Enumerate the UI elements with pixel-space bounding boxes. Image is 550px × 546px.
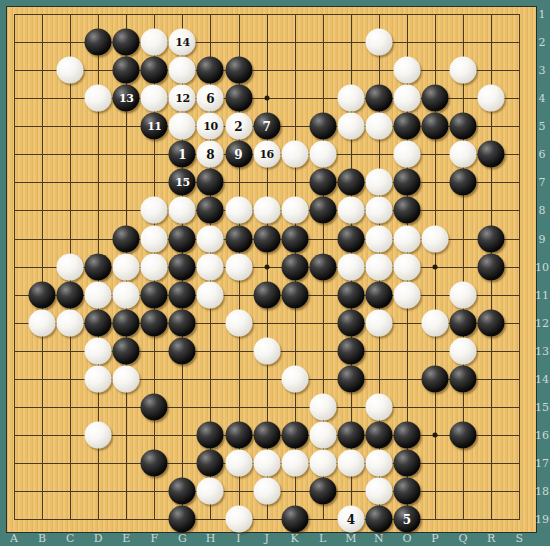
stone-black[interactable] bbox=[281, 422, 308, 449]
stone-black[interactable] bbox=[57, 281, 84, 308]
coord-label-bottom: S bbox=[515, 532, 523, 545]
star-point bbox=[433, 264, 438, 269]
stone-black[interactable] bbox=[197, 169, 224, 196]
move-number-label: 14 bbox=[175, 37, 189, 48]
stone-white[interactable] bbox=[337, 253, 364, 280]
stone-black[interactable] bbox=[141, 309, 168, 336]
stone-black[interactable] bbox=[393, 113, 420, 140]
stone-black[interactable] bbox=[197, 197, 224, 224]
coord-label-right: 13 bbox=[535, 344, 549, 357]
stone-black[interactable] bbox=[141, 281, 168, 308]
stone-white[interactable] bbox=[450, 281, 477, 308]
stone-black[interactable] bbox=[253, 422, 280, 449]
stone-white[interactable] bbox=[85, 422, 112, 449]
stone-white[interactable] bbox=[281, 365, 308, 392]
stone-white[interactable] bbox=[197, 225, 224, 252]
stone-white[interactable] bbox=[169, 57, 196, 84]
stone-white[interactable] bbox=[225, 253, 252, 280]
stone-black[interactable] bbox=[337, 337, 364, 364]
coord-label-right: 14 bbox=[535, 372, 549, 385]
coord-label-bottom: K bbox=[291, 532, 299, 545]
stone-white[interactable] bbox=[85, 337, 112, 364]
coord-label-right: 5 bbox=[539, 120, 546, 133]
coord-label-right: 2 bbox=[539, 36, 546, 49]
stone-white[interactable] bbox=[253, 197, 280, 224]
coord-label-right: 1 bbox=[539, 8, 546, 21]
stone-black[interactable] bbox=[85, 309, 112, 336]
coord-label-bottom: R bbox=[487, 532, 495, 545]
star-point bbox=[264, 96, 269, 101]
stone-black-move-1[interactable]: 1 bbox=[169, 141, 196, 168]
coord-label-right: 16 bbox=[535, 429, 549, 442]
stone-black[interactable] bbox=[365, 506, 392, 533]
stone-white-move-10[interactable]: 10 bbox=[197, 113, 224, 140]
stone-white[interactable] bbox=[450, 57, 477, 84]
stone-white[interactable] bbox=[309, 141, 336, 168]
stone-white[interactable] bbox=[450, 337, 477, 364]
move-number-label: 10 bbox=[203, 121, 217, 132]
coord-label-right: 3 bbox=[539, 64, 546, 77]
coord-label-right: 4 bbox=[539, 92, 546, 105]
stone-black-move-11[interactable]: 11 bbox=[141, 113, 168, 140]
stone-white[interactable] bbox=[281, 450, 308, 477]
coord-label-right: 8 bbox=[539, 204, 546, 217]
stone-black[interactable] bbox=[393, 197, 420, 224]
stone-white[interactable] bbox=[169, 113, 196, 140]
stone-black[interactable] bbox=[225, 225, 252, 252]
stone-black[interactable] bbox=[169, 506, 196, 533]
stone-white-move-8[interactable]: 8 bbox=[197, 141, 224, 168]
coord-label-bottom: A bbox=[10, 532, 18, 545]
stone-black[interactable] bbox=[478, 309, 505, 336]
stone-black[interactable] bbox=[225, 422, 252, 449]
stone-black[interactable] bbox=[365, 422, 392, 449]
stone-black[interactable] bbox=[29, 281, 56, 308]
stone-white[interactable] bbox=[197, 281, 224, 308]
stone-black[interactable] bbox=[253, 225, 280, 252]
stone-black[interactable] bbox=[281, 506, 308, 533]
coord-label-bottom: G bbox=[178, 532, 187, 545]
grid-line-vertical bbox=[519, 14, 520, 520]
stone-black[interactable] bbox=[113, 225, 140, 252]
move-number-label: 1 bbox=[178, 148, 186, 160]
stone-white[interactable] bbox=[365, 225, 392, 252]
stone-black[interactable] bbox=[450, 113, 477, 140]
stone-black[interactable] bbox=[450, 169, 477, 196]
stone-white[interactable] bbox=[365, 393, 392, 420]
stone-white-move-12[interactable]: 12 bbox=[169, 85, 196, 112]
stone-white[interactable] bbox=[281, 141, 308, 168]
stone-black[interactable] bbox=[281, 281, 308, 308]
stone-white[interactable] bbox=[29, 309, 56, 336]
stone-black[interactable] bbox=[422, 365, 449, 392]
grid-line-horizontal bbox=[14, 519, 520, 520]
stone-black[interactable] bbox=[197, 57, 224, 84]
stone-white[interactable] bbox=[281, 197, 308, 224]
stone-white-move-2[interactable]: 2 bbox=[225, 113, 252, 140]
move-number-label: 16 bbox=[259, 149, 273, 160]
stone-black[interactable] bbox=[365, 85, 392, 112]
stone-black[interactable] bbox=[309, 253, 336, 280]
stone-white[interactable] bbox=[393, 281, 420, 308]
stone-black-move-9[interactable]: 9 bbox=[225, 141, 252, 168]
stone-black[interactable] bbox=[169, 337, 196, 364]
stone-black[interactable] bbox=[422, 113, 449, 140]
move-number-label: 5 bbox=[403, 513, 411, 525]
stone-white[interactable] bbox=[365, 478, 392, 505]
stone-black[interactable] bbox=[225, 57, 252, 84]
coord-label-right: 9 bbox=[539, 232, 546, 245]
coord-label-right: 6 bbox=[539, 148, 546, 161]
stone-black[interactable] bbox=[197, 422, 224, 449]
move-number-label: 9 bbox=[234, 148, 242, 160]
stone-white[interactable] bbox=[113, 365, 140, 392]
coord-label-bottom: J bbox=[264, 532, 268, 545]
stone-black[interactable] bbox=[478, 141, 505, 168]
stone-white[interactable] bbox=[365, 450, 392, 477]
stone-white[interactable] bbox=[113, 281, 140, 308]
stone-black[interactable] bbox=[393, 450, 420, 477]
stone-white-move-6[interactable]: 6 bbox=[197, 85, 224, 112]
stone-white[interactable] bbox=[225, 450, 252, 477]
stone-black[interactable] bbox=[309, 197, 336, 224]
stone-black[interactable] bbox=[113, 309, 140, 336]
stone-black[interactable] bbox=[337, 422, 364, 449]
coord-label-bottom: E bbox=[122, 532, 130, 545]
stone-white[interactable] bbox=[337, 197, 364, 224]
stone-black[interactable] bbox=[309, 478, 336, 505]
stone-black[interactable] bbox=[365, 281, 392, 308]
stone-black[interactable] bbox=[169, 225, 196, 252]
stone-black[interactable] bbox=[422, 85, 449, 112]
coord-label-right: 12 bbox=[535, 316, 549, 329]
stone-white[interactable] bbox=[85, 85, 112, 112]
coord-label-bottom: C bbox=[66, 532, 74, 545]
coord-label-right: 10 bbox=[535, 260, 549, 273]
stone-black-move-15[interactable]: 15 bbox=[169, 169, 196, 196]
coord-label-bottom: D bbox=[94, 532, 103, 545]
stone-white[interactable] bbox=[309, 393, 336, 420]
stone-black[interactable] bbox=[141, 450, 168, 477]
stone-white[interactable] bbox=[393, 57, 420, 84]
coord-label-bottom: L bbox=[319, 532, 326, 545]
coord-label-bottom: B bbox=[38, 532, 46, 545]
stone-white[interactable] bbox=[57, 253, 84, 280]
stone-white[interactable] bbox=[113, 253, 140, 280]
stone-black[interactable] bbox=[113, 29, 140, 56]
move-number-label: 15 bbox=[175, 177, 189, 188]
stone-white[interactable] bbox=[393, 225, 420, 252]
stone-black[interactable] bbox=[169, 281, 196, 308]
coord-label-bottom: P bbox=[431, 532, 438, 545]
stone-black[interactable] bbox=[169, 253, 196, 280]
stone-white[interactable] bbox=[225, 309, 252, 336]
stone-white[interactable] bbox=[141, 29, 168, 56]
move-number-label: 13 bbox=[119, 93, 133, 104]
stone-black[interactable] bbox=[281, 225, 308, 252]
stone-white[interactable] bbox=[57, 309, 84, 336]
stone-white[interactable] bbox=[253, 337, 280, 364]
stone-white[interactable] bbox=[253, 450, 280, 477]
stone-white[interactable] bbox=[337, 113, 364, 140]
stone-white[interactable] bbox=[422, 225, 449, 252]
stone-white[interactable] bbox=[85, 365, 112, 392]
stone-white[interactable] bbox=[141, 85, 168, 112]
stone-white[interactable] bbox=[141, 225, 168, 252]
coord-label-right: 18 bbox=[535, 485, 549, 498]
coord-label-bottom: N bbox=[374, 532, 384, 545]
stone-white[interactable] bbox=[393, 85, 420, 112]
stone-black-move-13[interactable]: 13 bbox=[113, 85, 140, 112]
stone-black[interactable] bbox=[113, 57, 140, 84]
coord-label-bottom: I bbox=[236, 532, 240, 545]
go-board[interactable]: 1413126111027189161545 bbox=[7, 7, 536, 532]
stone-black[interactable] bbox=[450, 365, 477, 392]
stone-white[interactable] bbox=[169, 197, 196, 224]
go-diagram: 1413126111027189161545 ABCDEFGHIJKLMNOPQ… bbox=[0, 0, 550, 546]
stone-black[interactable] bbox=[478, 253, 505, 280]
coord-label-bottom: M bbox=[345, 532, 356, 545]
stone-black[interactable] bbox=[113, 337, 140, 364]
stone-white[interactable] bbox=[422, 309, 449, 336]
stone-white[interactable] bbox=[450, 141, 477, 168]
stone-black[interactable] bbox=[85, 29, 112, 56]
stone-black[interactable] bbox=[393, 478, 420, 505]
stone-black[interactable] bbox=[478, 225, 505, 252]
stone-white[interactable] bbox=[365, 113, 392, 140]
stone-white[interactable] bbox=[393, 253, 420, 280]
stone-black[interactable] bbox=[141, 393, 168, 420]
coord-label-bottom: F bbox=[151, 532, 159, 545]
stone-black[interactable] bbox=[450, 309, 477, 336]
stone-black[interactable] bbox=[225, 85, 252, 112]
coord-label-bottom: H bbox=[206, 532, 216, 545]
stone-white[interactable] bbox=[365, 169, 392, 196]
move-number-label: 11 bbox=[147, 121, 161, 132]
stone-white[interactable] bbox=[141, 253, 168, 280]
stone-black[interactable] bbox=[337, 281, 364, 308]
move-number-label: 7 bbox=[262, 120, 270, 132]
stone-black[interactable] bbox=[281, 253, 308, 280]
grid-line-horizontal bbox=[14, 407, 520, 408]
move-number-label: 4 bbox=[347, 513, 355, 525]
stone-black[interactable] bbox=[393, 169, 420, 196]
move-number-label: 12 bbox=[175, 93, 189, 104]
stone-white-move-16[interactable]: 16 bbox=[253, 141, 280, 168]
coord-label-right: 7 bbox=[539, 176, 546, 189]
star-point bbox=[433, 433, 438, 438]
stone-white[interactable] bbox=[85, 281, 112, 308]
stone-white[interactable] bbox=[225, 197, 252, 224]
stone-white[interactable] bbox=[365, 309, 392, 336]
stone-white[interactable] bbox=[365, 253, 392, 280]
stone-white[interactable] bbox=[57, 57, 84, 84]
stone-white-move-14[interactable]: 14 bbox=[169, 29, 196, 56]
coord-label-bottom: O bbox=[402, 532, 411, 545]
stone-white[interactable] bbox=[393, 141, 420, 168]
stone-white-move-4[interactable]: 4 bbox=[337, 506, 364, 533]
stone-white[interactable] bbox=[309, 450, 336, 477]
stone-black[interactable] bbox=[85, 253, 112, 280]
stone-black[interactable] bbox=[169, 478, 196, 505]
stone-white[interactable] bbox=[478, 85, 505, 112]
stone-white[interactable] bbox=[253, 478, 280, 505]
stone-black-move-7[interactable]: 7 bbox=[253, 113, 280, 140]
coord-label-right: 11 bbox=[535, 288, 549, 301]
stone-black[interactable] bbox=[337, 309, 364, 336]
coord-label-right: 17 bbox=[535, 457, 549, 470]
star-point bbox=[264, 264, 269, 269]
stone-white[interactable] bbox=[141, 197, 168, 224]
coord-label-right: 19 bbox=[535, 513, 549, 526]
stone-white[interactable] bbox=[197, 253, 224, 280]
coord-label-right: 15 bbox=[535, 400, 549, 413]
stone-black[interactable] bbox=[337, 169, 364, 196]
move-number-label: 6 bbox=[206, 92, 214, 104]
stone-white[interactable] bbox=[365, 29, 392, 56]
stone-black[interactable] bbox=[141, 57, 168, 84]
stone-white[interactable] bbox=[225, 506, 252, 533]
stone-black[interactable] bbox=[169, 309, 196, 336]
stone-black[interactable] bbox=[450, 422, 477, 449]
stone-black[interactable] bbox=[309, 169, 336, 196]
stone-white[interactable] bbox=[309, 422, 336, 449]
stone-black[interactable] bbox=[309, 113, 336, 140]
stone-black[interactable] bbox=[337, 225, 364, 252]
stone-black[interactable] bbox=[337, 365, 364, 392]
move-number-label: 8 bbox=[206, 148, 214, 160]
stone-white[interactable] bbox=[337, 450, 364, 477]
stone-white[interactable] bbox=[365, 197, 392, 224]
coord-label-bottom: Q bbox=[459, 532, 468, 545]
stone-black[interactable] bbox=[197, 450, 224, 477]
stone-white[interactable] bbox=[197, 478, 224, 505]
stone-white[interactable] bbox=[337, 85, 364, 112]
stone-black-move-5[interactable]: 5 bbox=[393, 506, 420, 533]
stone-black[interactable] bbox=[253, 281, 280, 308]
stone-black[interactable] bbox=[393, 422, 420, 449]
move-number-label: 2 bbox=[234, 120, 242, 132]
